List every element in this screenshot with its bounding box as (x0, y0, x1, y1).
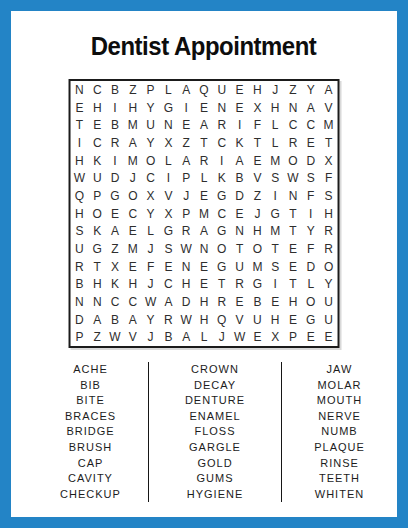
grid-cell: H (195, 311, 213, 329)
grid-cell: S (160, 240, 178, 258)
grid-cell: H (71, 205, 89, 223)
word-item: TEETH (282, 471, 397, 487)
grid-cell: C (142, 169, 160, 187)
grid-cell: D (71, 311, 89, 329)
grid-cell: G (213, 187, 231, 205)
grid-cell: I (106, 152, 124, 170)
grid-cell: L (195, 169, 213, 187)
grid-cell: E (71, 99, 89, 117)
grid-cell: W (284, 169, 302, 187)
grid-cell: H (177, 276, 195, 294)
grid-cell: P (177, 205, 195, 223)
grid-cell: N (213, 99, 231, 117)
grid-cell: Y (320, 276, 338, 294)
grid-cell: Y (142, 134, 160, 152)
grid-cell: L (195, 329, 213, 347)
grid-cell: D (177, 293, 195, 311)
word-item: GOLD (149, 456, 281, 472)
grid-cell: R (195, 152, 213, 170)
word-item: CAP (33, 456, 148, 472)
grid-cell: E (195, 258, 213, 276)
grid-cell: I (231, 116, 249, 134)
grid-cell: A (195, 116, 213, 134)
grid-cell: A (195, 223, 213, 241)
grid-cell: A (177, 152, 195, 170)
grid-cell: J (266, 81, 284, 99)
word-item: JAW (282, 362, 397, 378)
grid-cell: U (213, 81, 231, 99)
grid-cell: Z (177, 134, 195, 152)
word-item: DECAY (149, 378, 281, 394)
word-item: BIB (33, 378, 148, 394)
grid-cell: H (266, 99, 284, 117)
word-item: BRIDGE (33, 424, 148, 440)
grid-cell: A (160, 293, 178, 311)
grid-cell: K (213, 169, 231, 187)
grid-cell: E (284, 240, 302, 258)
grid-cell: K (231, 134, 249, 152)
grid-cell: N (195, 240, 213, 258)
grid-cell: U (248, 311, 266, 329)
grid-cell: F (302, 240, 320, 258)
grid-cell: F (302, 187, 320, 205)
grid-cell: I (266, 276, 284, 294)
word-item: BRUSH (33, 440, 148, 456)
grid-cell: A (177, 329, 195, 347)
grid-cell: M (124, 240, 142, 258)
grid-cell: N (160, 116, 178, 134)
grid-cell: R (213, 116, 231, 134)
grid-cell: S (266, 169, 284, 187)
grid-cell: L (142, 223, 160, 241)
grid-cell: L (160, 81, 178, 99)
grid-cell: T (213, 276, 231, 294)
grid-cell: Z (88, 329, 106, 347)
grid-cell: N (177, 258, 195, 276)
grid-cell: P (177, 169, 195, 187)
grid-cell: M (248, 258, 266, 276)
grid-cell: Q (71, 187, 89, 205)
word-item: FLOSS (149, 424, 281, 440)
grid-cell: O (88, 205, 106, 223)
title-row: Dentist Appointment (11, 31, 397, 62)
grid-cell: B (160, 329, 178, 347)
grid-cell: Y (142, 205, 160, 223)
word-item: DENTURE (149, 393, 281, 409)
grid-cell: U (320, 311, 338, 329)
word-item: CHECKUP (33, 487, 148, 503)
grid-cell: E (284, 311, 302, 329)
grid-cell: E (106, 205, 124, 223)
grid-cell: J (213, 329, 231, 347)
grid-cell: M (266, 223, 284, 241)
grid-cell: G (88, 240, 106, 258)
grid-cell: T (284, 205, 302, 223)
grid-cell: W (71, 169, 89, 187)
grid-cell: I (160, 169, 178, 187)
grid-cell: E (320, 329, 338, 347)
grid-cell: H (124, 276, 142, 294)
grid-cell: G (160, 223, 178, 241)
grid-cell: C (284, 116, 302, 134)
grid-cell: C (213, 205, 231, 223)
grid-cell: U (231, 258, 249, 276)
grid-cell: I (213, 152, 231, 170)
grid-cell: Q (195, 81, 213, 99)
grid-cell: W (177, 311, 195, 329)
grid-cell: G (213, 258, 231, 276)
grid-cell: K (88, 152, 106, 170)
grid-cell: A (124, 134, 142, 152)
grid-cell: B (231, 169, 249, 187)
grid-cell: F (142, 258, 160, 276)
grid-cell: Y (302, 81, 320, 99)
grid-cell: X (160, 205, 178, 223)
grid-cell: O (320, 258, 338, 276)
grid-cell: W (177, 240, 195, 258)
grid-cell: E (124, 258, 142, 276)
grid-cell: G (213, 223, 231, 241)
grid-cell: H (195, 293, 213, 311)
word-item: RINSE (282, 456, 397, 472)
grid-cell: T (71, 116, 89, 134)
grid-cell: E (124, 223, 142, 241)
grid-cell: R (320, 240, 338, 258)
grid-cell: G (160, 99, 178, 117)
grid-cell: A (124, 311, 142, 329)
grid-cell: R (231, 276, 249, 294)
grid-cell: A (231, 152, 249, 170)
grid-cell: T (195, 134, 213, 152)
grid-cell: I (71, 134, 89, 152)
grid-cell: B (71, 276, 89, 294)
grid-cell: K (88, 223, 106, 241)
grid-cell: M (195, 205, 213, 223)
grid-cell: H (71, 152, 89, 170)
grid-cell: R (320, 223, 338, 241)
grid-cell: D (302, 258, 320, 276)
grid-cell: E (231, 205, 249, 223)
word-list-column-2: CROWNDECAYDENTUREENAMELFLOSSGARGLEGOLDGU… (148, 362, 281, 502)
grid-cell: J (142, 240, 160, 258)
grid-cell: Y (142, 99, 160, 117)
grid-cell: U (142, 116, 160, 134)
grid-cell: I (177, 99, 195, 117)
grid-cell: B (106, 81, 124, 99)
grid-cell: E (195, 99, 213, 117)
grid-cell: N (231, 223, 249, 241)
word-item: BRACES (33, 409, 148, 425)
puzzle-page: Dentist Appointment NCBZPLAQUEHJZYAEHIHY… (0, 0, 408, 528)
grid-cell: V (124, 329, 142, 347)
grid-cell: H (248, 223, 266, 241)
grid-cell: L (302, 276, 320, 294)
grid-cell: S (71, 223, 89, 241)
word-list-column-3: JAWMOLARMOUTHNERVENUMBPLAQUERINSETEETHWH… (281, 362, 397, 502)
puzzle-title: Dentist Appointment (91, 31, 317, 62)
grid-cell: Y (302, 223, 320, 241)
grid-cell: G (266, 205, 284, 223)
grid-cell: H (124, 99, 142, 117)
grid-cell: M (320, 116, 338, 134)
word-item: ACHE (33, 362, 148, 378)
grid-cell: G (302, 311, 320, 329)
grid-cell: T (231, 240, 249, 258)
grid-cell: X (320, 152, 338, 170)
grid-cell: K (106, 276, 124, 294)
grid-cell: E (88, 116, 106, 134)
grid-cell: Z (124, 81, 142, 99)
grid-cell: I (302, 205, 320, 223)
grid-cell: E (302, 329, 320, 347)
grid-cell: T (284, 276, 302, 294)
word-item: GARGLE (149, 440, 281, 456)
grid-cell: Z (248, 187, 266, 205)
grid-cell: B (106, 116, 124, 134)
grid-cell: E (231, 293, 249, 311)
word-item: ENAMEL (149, 409, 281, 425)
grid-cell: P (142, 81, 160, 99)
grid-cell: E (177, 116, 195, 134)
grid-cell: R (284, 134, 302, 152)
grid-cell: O (124, 187, 142, 205)
grid-cell: O (248, 240, 266, 258)
grid-cell: H (248, 81, 266, 99)
grid-cell: V (320, 99, 338, 117)
grid-cell: T (284, 223, 302, 241)
grid-cell: C (106, 293, 124, 311)
word-list-column-1: ACHEBIBBITEBRACESBRIDGEBRUSHCAPCAVITYCHE… (33, 362, 148, 502)
grid-cell: E (160, 258, 178, 276)
grid-cell: X (266, 329, 284, 347)
grid-cell: Y (142, 311, 160, 329)
word-item: BITE (33, 393, 148, 409)
grid-cell: T (248, 134, 266, 152)
grid-cell: D (106, 169, 124, 187)
grid-cell: X (142, 187, 160, 205)
grid-cell: E (231, 81, 249, 99)
grid-cell: E (248, 152, 266, 170)
grid-cell: N (284, 187, 302, 205)
grid-cell: T (88, 258, 106, 276)
grid-cell: P (88, 187, 106, 205)
grid-cell: M (266, 152, 284, 170)
grid-cell: U (71, 240, 89, 258)
grid-cell: H (320, 205, 338, 223)
grid-cell: L (160, 152, 178, 170)
grid-cell: G (248, 276, 266, 294)
grid-cell: C (88, 134, 106, 152)
grid-cell: O (213, 240, 231, 258)
grid-cell: T (266, 240, 284, 258)
grid-cell: Z (106, 240, 124, 258)
grid-cell: X (248, 99, 266, 117)
grid-cell: H (284, 293, 302, 311)
grid-cell: S (266, 258, 284, 276)
grid-cell: V (248, 169, 266, 187)
grid-cell: J (142, 329, 160, 347)
grid-cell: R (71, 258, 89, 276)
grid-cell: L (266, 116, 284, 134)
word-item: PLAQUE (282, 440, 397, 456)
grid-cell: N (71, 293, 89, 311)
grid-cell: J (177, 187, 195, 205)
grid-cell: A (88, 311, 106, 329)
grid-cell: B (248, 293, 266, 311)
grid-cell: H (88, 276, 106, 294)
word-item: HYGIENE (149, 487, 281, 503)
word-item: MOLAR (282, 378, 397, 394)
word-item: GUMS (149, 471, 281, 487)
grid-cell: R (160, 311, 178, 329)
grid-cell: N (88, 293, 106, 311)
grid-cell: W (106, 329, 124, 347)
grid-cell: I (106, 99, 124, 117)
grid-cell: U (320, 293, 338, 311)
grid-cell: C (124, 293, 142, 311)
grid-cell: W (231, 329, 249, 347)
grid-cell: S (302, 169, 320, 187)
grid-cell: F (320, 169, 338, 187)
word-item: CAVITY (33, 471, 148, 487)
grid-cell: O (284, 152, 302, 170)
grid-cell: E (195, 187, 213, 205)
grid-cell: R (106, 134, 124, 152)
grid-cell: H (266, 311, 284, 329)
grid-cell: L (266, 134, 284, 152)
grid-cell: Q (213, 311, 231, 329)
grid-cell: A (106, 223, 124, 241)
grid-cell: N (71, 81, 89, 99)
grid-cell: S (320, 187, 338, 205)
word-item: MOUTH (282, 393, 397, 409)
grid-cell: I (266, 187, 284, 205)
grid-cell: E (248, 329, 266, 347)
grid-cell: N (284, 99, 302, 117)
grid-cell: C (160, 276, 178, 294)
grid-cell: J (124, 169, 142, 187)
grid-cell: A (302, 99, 320, 117)
grid-cell: P (71, 329, 89, 347)
grid-cell: P (284, 329, 302, 347)
grid-cell: D (231, 187, 249, 205)
grid-cell: C (124, 205, 142, 223)
grid-cell: E (284, 258, 302, 276)
grid-cell: W (142, 293, 160, 311)
grid-cell: M (124, 152, 142, 170)
grid-cell: J (142, 276, 160, 294)
grid-cell: A (177, 81, 195, 99)
grid-cell: D (302, 152, 320, 170)
grid-cell: O (302, 293, 320, 311)
grid-cell: E (195, 276, 213, 294)
word-item: CROWN (149, 362, 281, 378)
grid-cell: R (177, 223, 195, 241)
grid-cell: C (213, 134, 231, 152)
grid-cell: G (106, 187, 124, 205)
grid-cell: C (88, 81, 106, 99)
grid-cell: T (320, 134, 338, 152)
grid-cell: J (248, 205, 266, 223)
grid-cell: E (302, 134, 320, 152)
grid-cell: R (213, 293, 231, 311)
word-list: ACHEBIBBITEBRACESBRIDGEBRUSHCAPCAVITYCHE… (33, 362, 397, 502)
grid-cell: C (302, 116, 320, 134)
grid-cell: U (88, 169, 106, 187)
grid-cell: X (160, 134, 178, 152)
grid-cell: V (160, 187, 178, 205)
grid-cell: E (231, 99, 249, 117)
grid-cell: H (88, 99, 106, 117)
grid-cell: E (266, 293, 284, 311)
grid-cell: A (320, 81, 338, 99)
grid-cell: B (106, 311, 124, 329)
grid-cell: Z (284, 81, 302, 99)
grid-cell: O (142, 152, 160, 170)
word-item: NUMB (282, 424, 397, 440)
word-item: NERVE (282, 409, 397, 425)
word-search-grid: NCBZPLAQUEHJZYAEHIHYGIENEXHNAVTEBMUNEARI… (69, 79, 340, 348)
grid-cell: X (106, 258, 124, 276)
grid-cell: F (248, 116, 266, 134)
grid-cell: V (231, 311, 249, 329)
word-item: WHITEN (282, 487, 397, 503)
grid-cell: M (124, 116, 142, 134)
